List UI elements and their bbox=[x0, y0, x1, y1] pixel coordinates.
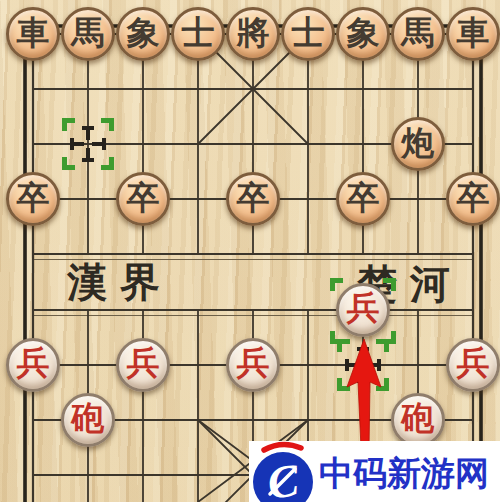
xiangqi-board[interactable]: 漢界 楚河 車馬象士將士象馬車炮卒卒卒卒卒兵兵兵兵兵砲砲 C 中码新游网 bbox=[0, 0, 500, 502]
move-arrow bbox=[0, 0, 500, 502]
